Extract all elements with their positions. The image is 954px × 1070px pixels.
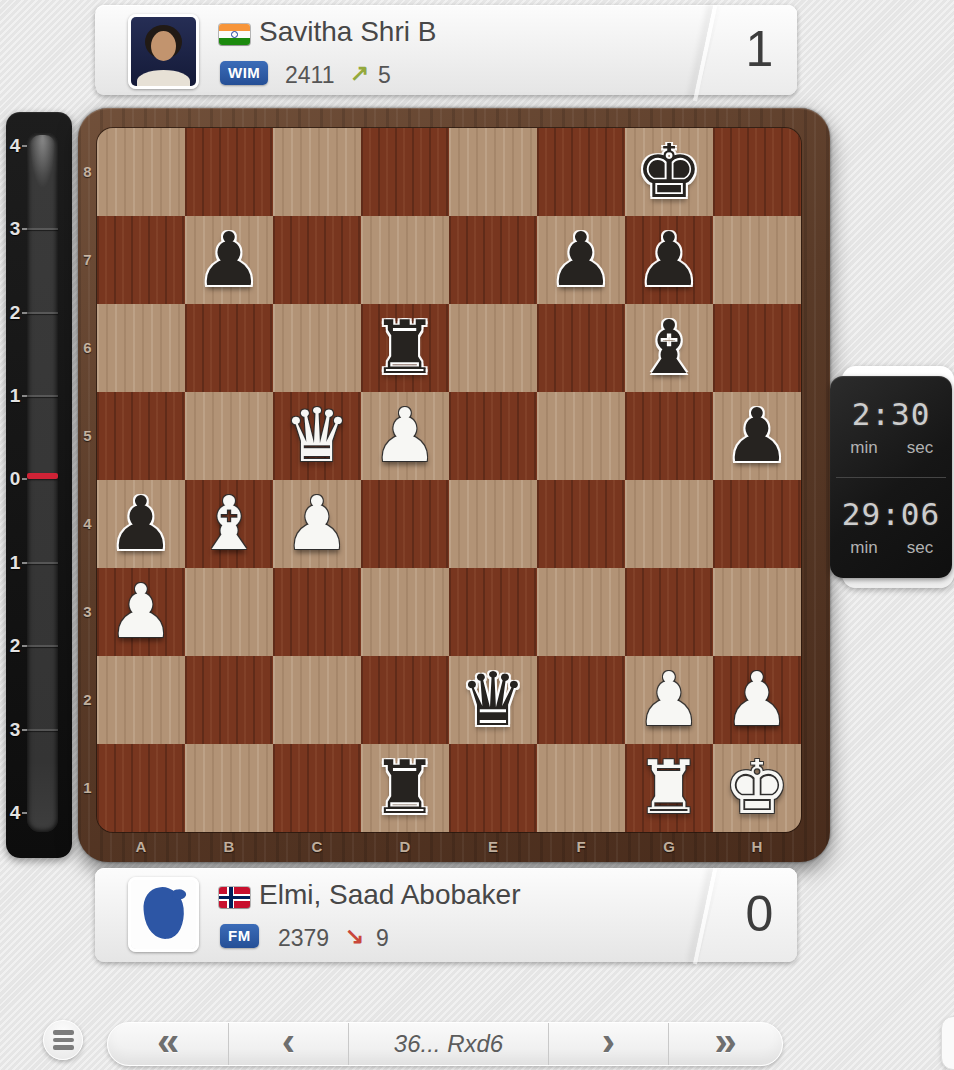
square-f8[interactable]	[537, 128, 625, 216]
square-g7[interactable]: ♟	[625, 216, 713, 304]
square-h2[interactable]: ♟	[713, 656, 801, 744]
eval-segment-line	[27, 645, 58, 647]
clock-divider	[836, 477, 946, 478]
player-avatar-bottom	[128, 877, 199, 952]
board-squares: ♚♟♟♟♜♝♛♟♟♟♝♟♟♛♟♟♜♜♚	[97, 128, 801, 832]
square-e8[interactable]	[449, 128, 537, 216]
square-b7[interactable]: ♟	[185, 216, 273, 304]
square-g4[interactable]	[625, 480, 713, 568]
black-bishop-g6[interactable]: ♝	[625, 304, 713, 392]
previous-move-icon: ‹	[282, 1021, 295, 1061]
square-d8[interactable]	[361, 128, 449, 216]
nav-last-button[interactable]: »	[668, 1023, 782, 1065]
white-pawn-d5[interactable]: ♟	[361, 392, 449, 480]
square-g5[interactable]	[625, 392, 713, 480]
chess-clock: 2:30 min sec 29:06 min sec	[830, 376, 952, 578]
square-c6[interactable]	[273, 304, 361, 392]
black-pawn-a4[interactable]: ♟	[97, 480, 185, 568]
white-pawn-h2[interactable]: ♟	[713, 656, 801, 744]
square-h6[interactable]	[713, 304, 801, 392]
square-e2[interactable]: ♛	[449, 656, 537, 744]
square-c1[interactable]	[273, 744, 361, 832]
square-f1[interactable]	[537, 744, 625, 832]
player-avatar-top	[128, 14, 199, 89]
eval-segment-line	[27, 312, 58, 314]
white-rook-g1[interactable]: ♜	[625, 744, 713, 832]
nav-first-button[interactable]: «	[108, 1023, 228, 1065]
norway-flag-icon	[219, 887, 250, 908]
white-queen-c5[interactable]: ♛	[273, 392, 361, 480]
square-c3[interactable]	[273, 568, 361, 656]
black-rook-d1[interactable]: ♜	[361, 744, 449, 832]
square-e6[interactable]	[449, 304, 537, 392]
white-pawn-g2[interactable]: ♟	[625, 656, 713, 744]
player-card-bottom: Elmi, Saad Abobaker FM 2379 ↘ 9 0	[95, 868, 797, 962]
india-flag-icon	[219, 24, 250, 45]
square-h1[interactable]: ♚	[713, 744, 801, 832]
square-d2[interactable]	[361, 656, 449, 744]
square-a2[interactable]	[97, 656, 185, 744]
white-pawn-c4[interactable]: ♟	[273, 480, 361, 568]
rank-label-3: 3	[78, 568, 97, 656]
rank-label-6: 6	[78, 304, 97, 392]
file-label-b: B	[185, 832, 273, 862]
side-panel-edge	[941, 1016, 954, 1070]
title-badge: FM	[220, 924, 259, 948]
eval-segment-line	[27, 228, 58, 230]
square-b5[interactable]	[185, 392, 273, 480]
eval-tick	[22, 812, 27, 814]
file-label-a: A	[97, 832, 185, 862]
rank-label-4: 4	[78, 480, 97, 568]
black-pawn-g7[interactable]: ♟	[625, 216, 713, 304]
black-pawn-h5[interactable]: ♟	[713, 392, 801, 480]
square-g8[interactable]: ♚	[625, 128, 713, 216]
player-rating: 2411	[285, 62, 334, 89]
square-d7[interactable]	[361, 216, 449, 304]
player-score: 0	[722, 868, 797, 962]
square-b3[interactable]	[185, 568, 273, 656]
next-move-icon: ›	[602, 1021, 615, 1061]
square-a7[interactable]	[97, 216, 185, 304]
square-f7[interactable]: ♟	[537, 216, 625, 304]
eval-segment-line	[27, 729, 58, 731]
black-king-g8[interactable]: ♚	[625, 128, 713, 216]
square-c8[interactable]	[273, 128, 361, 216]
hamburger-icon	[53, 1030, 74, 1035]
eval-tick	[22, 145, 27, 147]
square-h8[interactable]	[713, 128, 801, 216]
player-name: Savitha Shri B	[259, 16, 436, 48]
square-b2[interactable]	[185, 656, 273, 744]
nav-previous-button[interactable]: ‹	[228, 1023, 348, 1065]
player-silhouette	[131, 880, 196, 949]
eval-segment-line	[27, 395, 58, 397]
square-h7[interactable]	[713, 216, 801, 304]
move-navigation-bar: « ‹ 36... Rxd6 › »	[107, 1022, 783, 1066]
square-a5[interactable]	[97, 392, 185, 480]
square-e1[interactable]	[449, 744, 537, 832]
file-label-e: E	[449, 832, 537, 862]
black-pawn-b7[interactable]: ♟	[185, 216, 273, 304]
square-d5[interactable]: ♟	[361, 392, 449, 480]
rank-label-8: 8	[78, 128, 97, 216]
square-b8[interactable]	[185, 128, 273, 216]
black-pawn-f7[interactable]: ♟	[537, 216, 625, 304]
player-card-top: Savitha Shri B WIM 2411 ↗ 5 1	[95, 5, 797, 95]
clock-sec-label-top: sec	[898, 438, 942, 458]
rank-label-7: 7	[78, 216, 97, 304]
square-h4[interactable]	[713, 480, 801, 568]
square-c4[interactable]: ♟	[273, 480, 361, 568]
clock-sec-label-bottom: sec	[898, 538, 942, 558]
chess-board: ♚♟♟♟♜♝♛♟♟♟♝♟♟♛♟♟♜♜♚ 87654321 ABCDEFGH	[78, 108, 830, 862]
square-f3[interactable]	[537, 568, 625, 656]
eval-marker	[27, 473, 58, 479]
file-label-h: H	[713, 832, 801, 862]
square-a6[interactable]	[97, 304, 185, 392]
player-score: 1	[722, 5, 797, 95]
title-badge: WIM	[220, 61, 268, 85]
clock-time-top: 2:30	[830, 396, 952, 432]
square-b6[interactable]	[185, 304, 273, 392]
menu-button[interactable]	[43, 1020, 83, 1060]
square-f5[interactable]	[537, 392, 625, 480]
square-a1[interactable]	[97, 744, 185, 832]
file-label-g: G	[625, 832, 713, 862]
square-d6[interactable]: ♜	[361, 304, 449, 392]
player-name: Elmi, Saad Abobaker	[259, 879, 521, 911]
square-d3[interactable]	[361, 568, 449, 656]
clock-min-label-top: min	[842, 438, 886, 458]
rating-down-icon: ↘	[345, 923, 364, 950]
player-photo	[131, 17, 196, 86]
square-c2[interactable]	[273, 656, 361, 744]
rank-label-5: 5	[78, 392, 97, 480]
square-g6[interactable]: ♝	[625, 304, 713, 392]
file-label-f: F	[537, 832, 625, 862]
square-g3[interactable]	[625, 568, 713, 656]
eval-bar-track	[27, 133, 58, 832]
last-move-icon: »	[714, 1021, 736, 1061]
square-f2[interactable]	[537, 656, 625, 744]
square-b1[interactable]	[185, 744, 273, 832]
rating-delta: 5	[378, 62, 391, 89]
eval-segment-line	[27, 562, 58, 564]
square-c5[interactable]: ♛	[273, 392, 361, 480]
square-a3[interactable]: ♟	[97, 568, 185, 656]
square-d4[interactable]	[361, 480, 449, 568]
rank-label-2: 2	[78, 656, 97, 744]
player-rating: 2379	[278, 925, 329, 952]
white-bishop-b4[interactable]: ♝	[185, 480, 273, 568]
square-g1[interactable]: ♜	[625, 744, 713, 832]
white-pawn-a3[interactable]: ♟	[97, 568, 185, 656]
square-e4[interactable]	[449, 480, 537, 568]
current-move-text: 36... Rxd6	[394, 1030, 503, 1058]
square-h3[interactable]	[713, 568, 801, 656]
nav-next-button[interactable]: ›	[548, 1023, 668, 1065]
square-a8[interactable]	[97, 128, 185, 216]
square-h5[interactable]: ♟	[713, 392, 801, 480]
white-king-h1[interactable]: ♚	[713, 744, 801, 832]
square-a4[interactable]: ♟	[97, 480, 185, 568]
file-label-d: D	[361, 832, 449, 862]
square-f6[interactable]	[537, 304, 625, 392]
rating-up-icon: ↗	[350, 60, 369, 87]
square-c7[interactable]	[273, 216, 361, 304]
square-e3[interactable]	[449, 568, 537, 656]
clock-min-label-bottom: min	[842, 538, 886, 558]
square-e5[interactable]	[449, 392, 537, 480]
clock-time-bottom: 29:06	[830, 496, 952, 532]
black-queen-e2[interactable]: ♛	[449, 656, 537, 744]
nav-move-label[interactable]: 36... Rxd6	[348, 1023, 548, 1065]
eval-tick	[22, 478, 27, 480]
eval-bar: 432101234	[6, 112, 72, 858]
square-e7[interactable]	[449, 216, 537, 304]
file-label-c: C	[273, 832, 361, 862]
square-b4[interactable]: ♝	[185, 480, 273, 568]
black-rook-d6[interactable]: ♜	[361, 304, 449, 392]
first-move-icon: «	[157, 1021, 179, 1061]
square-g2[interactable]: ♟	[625, 656, 713, 744]
square-f4[interactable]	[537, 480, 625, 568]
square-d1[interactable]: ♜	[361, 744, 449, 832]
rank-label-1: 1	[78, 744, 97, 832]
rating-delta: 9	[376, 925, 389, 952]
